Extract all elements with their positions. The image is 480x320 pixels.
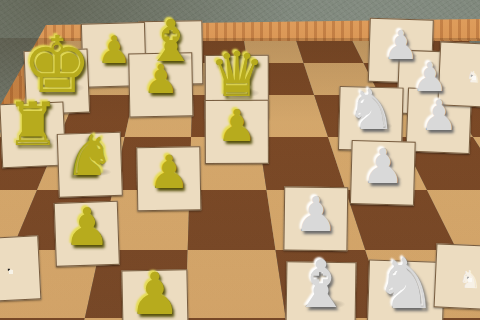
empty-marker-plate-c7: ♞: [434, 243, 480, 310]
piece-white-rook-f1[interactable]: ♜: [6, 94, 60, 154]
marker-ghost-symbol: ♞: [458, 266, 480, 292]
empty-marker-plate-c1: [0, 235, 42, 303]
piece-white-pawn-c3[interactable]: ♟: [129, 265, 181, 320]
piece-black-knight-f6[interactable]: ♞: [346, 82, 396, 138]
marker-ghost-symbol: ♞: [466, 69, 480, 86]
piece-white-pawn-f4[interactable]: ♟: [217, 104, 256, 148]
piece-white-queen-g4[interactable]: ♛: [209, 44, 265, 106]
piece-white-pawn-g3[interactable]: ♟: [143, 59, 179, 99]
piece-black-bishop-c5[interactable]: ♝: [291, 252, 350, 318]
piece-white-pawn-h2[interactable]: ♟: [97, 31, 131, 69]
piece-white-pawn-d2[interactable]: ♟: [64, 201, 111, 253]
piece-black-pawn-e6[interactable]: ♟: [361, 142, 404, 190]
piece-black-knight-c6[interactable]: ♞: [375, 249, 438, 319]
piece-black-pawn-f7[interactable]: ♟: [420, 95, 458, 137]
piece-white-knight-e2[interactable]: ♞: [65, 128, 115, 184]
chess-3d-scene: ♞♞ ♟♝♟♚♟♟♛♞♟♟♜♞♟♟♟♟♝♞♟: [0, 0, 480, 320]
piece-black-pawn-d5[interactable]: ♟: [294, 190, 337, 238]
piece-white-pawn-e3[interactable]: ♟: [148, 149, 189, 195]
